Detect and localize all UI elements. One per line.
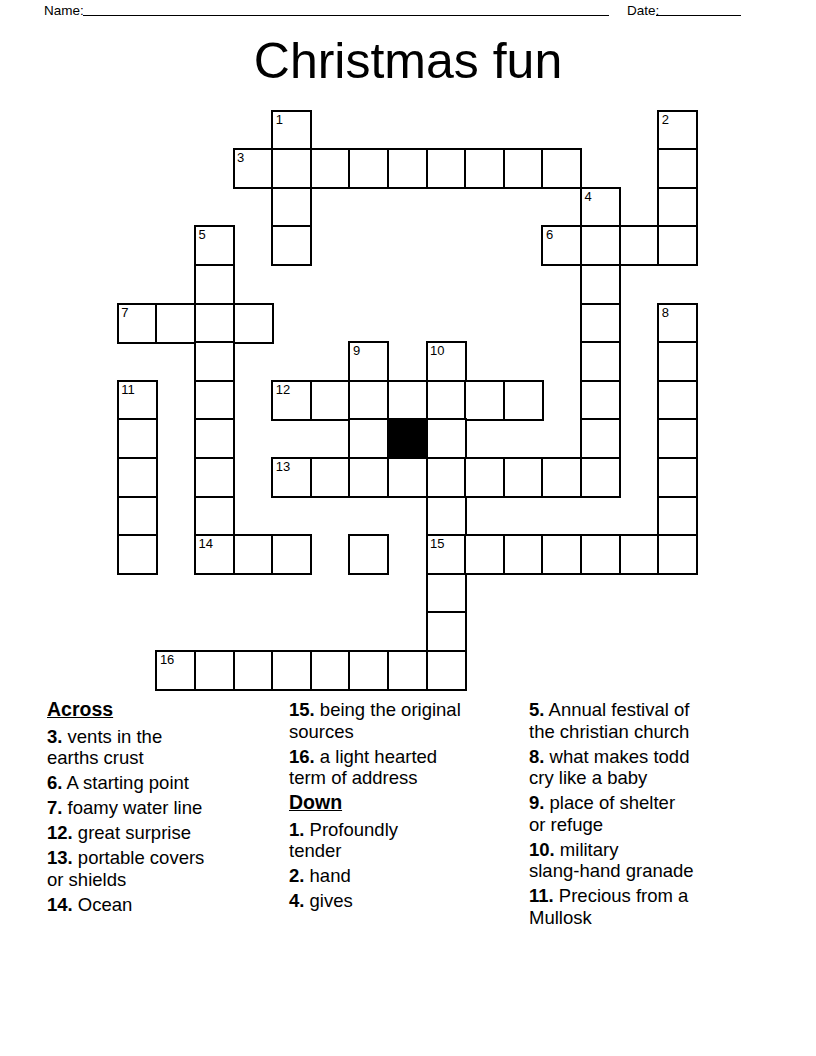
clue-number-label: 15. <box>289 699 315 720</box>
clue-text: Ocean <box>73 894 133 915</box>
grid-cell[interactable] <box>194 496 235 537</box>
grid-cell[interactable] <box>619 534 660 575</box>
grid-cell[interactable] <box>580 534 621 575</box>
grid-cell[interactable] <box>464 534 505 575</box>
grid-cell[interactable] <box>619 225 660 266</box>
grid-cell[interactable] <box>194 380 235 421</box>
grid-cell[interactable] <box>464 380 505 421</box>
grid-cell[interactable] <box>194 457 235 498</box>
clue: 11. Precious from a Mullosk <box>529 885 783 928</box>
clue-number-label: 5. <box>529 699 544 720</box>
grid-cell[interactable] <box>348 457 389 498</box>
clue-number-label: 11. <box>529 885 554 906</box>
clue-number: 12 <box>276 383 290 396</box>
grid-cell[interactable] <box>541 534 582 575</box>
grid-cell[interactable] <box>426 418 467 459</box>
grid-cell[interactable] <box>271 650 312 691</box>
grid-cell[interactable] <box>348 418 389 459</box>
clue-number-label: 14. <box>47 894 73 915</box>
black-cell <box>387 418 428 459</box>
clue: 8. what makes todd cry like a baby <box>529 746 783 789</box>
clue: 9. place of shelter or refuge <box>529 792 783 835</box>
grid-cell[interactable] <box>426 148 467 189</box>
grid-cell[interactable] <box>348 534 389 575</box>
clue-text: great surprise <box>73 822 191 843</box>
grid-cell[interactable] <box>194 650 235 691</box>
clue: 12. great surprise <box>47 822 287 844</box>
grid-cell[interactable] <box>657 496 698 537</box>
clue-number-label: 2. <box>289 865 304 886</box>
grid-cell[interactable] <box>503 148 544 189</box>
clue-text: gives <box>304 890 352 911</box>
grid-cell[interactable] <box>233 303 274 344</box>
grid-cell[interactable] <box>426 496 467 537</box>
grid-cell[interactable] <box>426 611 467 652</box>
grid-cell[interactable]: 2 <box>657 110 698 151</box>
clue-number: 5 <box>198 228 205 241</box>
grid-cell[interactable] <box>657 457 698 498</box>
grid-cell[interactable] <box>580 380 621 421</box>
clue-number: 3 <box>237 151 244 164</box>
grid-cell[interactable] <box>233 650 274 691</box>
clue: 15. being the original sources <box>289 699 527 742</box>
grid-cell[interactable]: 6 <box>541 225 582 266</box>
grid-cell[interactable]: 10 <box>426 341 467 382</box>
grid-cell[interactable] <box>657 148 698 189</box>
clue-number: 10 <box>430 344 444 357</box>
clue-number-label: 8. <box>529 746 544 767</box>
grid-cell[interactable] <box>233 534 274 575</box>
grid-cell[interactable] <box>657 225 698 266</box>
clue-number-label: 13. <box>47 847 73 868</box>
clue-number-label: 10. <box>529 839 555 860</box>
clue: 1. Profoundly tender <box>289 819 527 862</box>
grid-cell[interactable] <box>464 148 505 189</box>
clue-column-2: 15. being the original sources16. a ligh… <box>289 699 527 915</box>
grid-cell[interactable] <box>387 457 428 498</box>
clue: 3. vents in the earths crust <box>47 726 287 769</box>
grid-cell[interactable] <box>580 341 621 382</box>
grid-cell[interactable] <box>503 534 544 575</box>
clue-number-label: 1. <box>289 819 304 840</box>
clue-section-heading: Across <box>47 699 287 721</box>
date-label: Date: <box>627 3 659 18</box>
clue-text: place of shelter or refuge <box>529 792 675 835</box>
grid-cell[interactable]: 7 <box>117 303 158 344</box>
grid-cell[interactable] <box>271 187 312 228</box>
grid-cell[interactable] <box>348 380 389 421</box>
grid-cell[interactable]: 13 <box>271 457 312 498</box>
grid-cell[interactable] <box>580 225 621 266</box>
clue-number: 16 <box>160 653 174 666</box>
clue-text: Precious from a Mullosk <box>529 885 688 928</box>
clue-text: A starting point <box>62 772 189 793</box>
name-label: Name: <box>44 3 84 18</box>
clue: 10. military slang-hand granade <box>529 839 783 882</box>
grid-cell[interactable] <box>426 650 467 691</box>
crossword-grid: 12345678910111213141516 <box>117 110 699 692</box>
grid-cell[interactable]: 11 <box>117 380 158 421</box>
grid-cell[interactable] <box>426 380 467 421</box>
clue-number: 14 <box>198 537 212 550</box>
grid-cell[interactable] <box>426 457 467 498</box>
clue-number: 8 <box>662 306 669 319</box>
clue: 14. Ocean <box>47 894 287 916</box>
clue-number-label: 16. <box>289 746 315 767</box>
clue-number: 11 <box>121 383 135 396</box>
grid-cell[interactable] <box>657 341 698 382</box>
grid-cell[interactable] <box>503 457 544 498</box>
grid-cell[interactable]: 16 <box>155 650 196 691</box>
clue-number-label: 9. <box>529 792 544 813</box>
grid-cell[interactable] <box>194 303 235 344</box>
grid-cell[interactable] <box>310 380 351 421</box>
grid-cell[interactable] <box>155 303 196 344</box>
clue-number: 13 <box>276 460 290 473</box>
grid-cell[interactable] <box>117 534 158 575</box>
clue-number: 1 <box>276 113 283 126</box>
grid-cell[interactable] <box>541 148 582 189</box>
grid-cell[interactable] <box>310 148 351 189</box>
grid-cell[interactable]: 5 <box>194 225 235 266</box>
grid-cell[interactable]: 4 <box>580 187 621 228</box>
clue-number-label: 12. <box>47 822 73 843</box>
clue-number: 2 <box>662 113 669 126</box>
grid-cell[interactable] <box>348 148 389 189</box>
grid-cell[interactable] <box>117 418 158 459</box>
clue-number: 15 <box>430 537 444 550</box>
clue-text: what makes todd cry like a baby <box>529 746 689 789</box>
grid-cell[interactable] <box>580 303 621 344</box>
grid-cell[interactable]: 14 <box>194 534 235 575</box>
grid-cell[interactable] <box>503 380 544 421</box>
grid-cell[interactable] <box>117 457 158 498</box>
clue: 16. a light hearted term of address <box>289 746 527 789</box>
clue-text: Annual festival of the christian church <box>529 699 689 742</box>
grid-cell[interactable] <box>426 573 467 614</box>
date-fill-line[interactable] <box>656 1 741 16</box>
clue-number-label: 4. <box>289 890 304 911</box>
grid-cell[interactable]: 8 <box>657 303 698 344</box>
grid-cell[interactable] <box>580 418 621 459</box>
clue-number-label: 7. <box>47 797 62 818</box>
grid-cell[interactable]: 3 <box>233 148 274 189</box>
clue: 5. Annual festival of the christian chur… <box>529 699 783 742</box>
grid-cell[interactable] <box>348 650 389 691</box>
grid-cell[interactable] <box>657 418 698 459</box>
grid-cell[interactable] <box>580 264 621 305</box>
clue-number: 6 <box>546 228 553 241</box>
clue-section-heading: Down <box>289 792 527 814</box>
clue-number-label: 6. <box>47 772 62 793</box>
clue-column-1: Across3. vents in the earths crust6. A s… <box>47 699 287 919</box>
grid-cell[interactable] <box>580 457 621 498</box>
grid-cell[interactable]: 15 <box>426 534 467 575</box>
grid-cell[interactable] <box>117 496 158 537</box>
clue-number: 4 <box>584 190 591 203</box>
clue: 13. portable covers or shields <box>47 847 287 890</box>
clue-text: hand <box>304 865 350 886</box>
grid-cell[interactable]: 12 <box>271 380 312 421</box>
grid-cell[interactable] <box>464 457 505 498</box>
grid-cell[interactable] <box>271 148 312 189</box>
grid-cell[interactable] <box>310 457 351 498</box>
grid-cell[interactable] <box>194 418 235 459</box>
grid-cell[interactable] <box>310 650 351 691</box>
clue: 6. A starting point <box>47 772 287 794</box>
clue: 4. gives <box>289 890 527 912</box>
grid-cell[interactable] <box>387 380 428 421</box>
name-fill-line[interactable] <box>83 1 609 16</box>
clue-number-label: 3. <box>47 726 62 747</box>
grid-cell[interactable] <box>194 341 235 382</box>
grid-cell[interactable] <box>194 264 235 305</box>
grid-cell[interactable] <box>271 534 312 575</box>
grid-cell[interactable] <box>271 225 312 266</box>
clue-text: vents in the earths crust <box>47 726 162 769</box>
clue-text: foamy water line <box>62 797 202 818</box>
grid-cell[interactable] <box>387 650 428 691</box>
grid-cell[interactable] <box>657 380 698 421</box>
clue-text: Profoundly tender <box>289 819 398 862</box>
clue-number: 7 <box>121 306 128 319</box>
clue: 7. foamy water line <box>47 797 287 819</box>
grid-cell[interactable]: 1 <box>271 110 312 151</box>
clue: 2. hand <box>289 865 527 887</box>
grid-cell[interactable] <box>387 148 428 189</box>
clue-text: being the original sources <box>289 699 461 742</box>
grid-cell[interactable]: 9 <box>348 341 389 382</box>
page-title: Christmas fun <box>0 34 816 89</box>
grid-cell[interactable] <box>657 187 698 228</box>
clue-column-3: 5. Annual festival of the christian chur… <box>529 699 783 932</box>
clue-number: 9 <box>353 344 360 357</box>
grid-cell[interactable] <box>657 534 698 575</box>
grid-cell[interactable] <box>541 457 582 498</box>
